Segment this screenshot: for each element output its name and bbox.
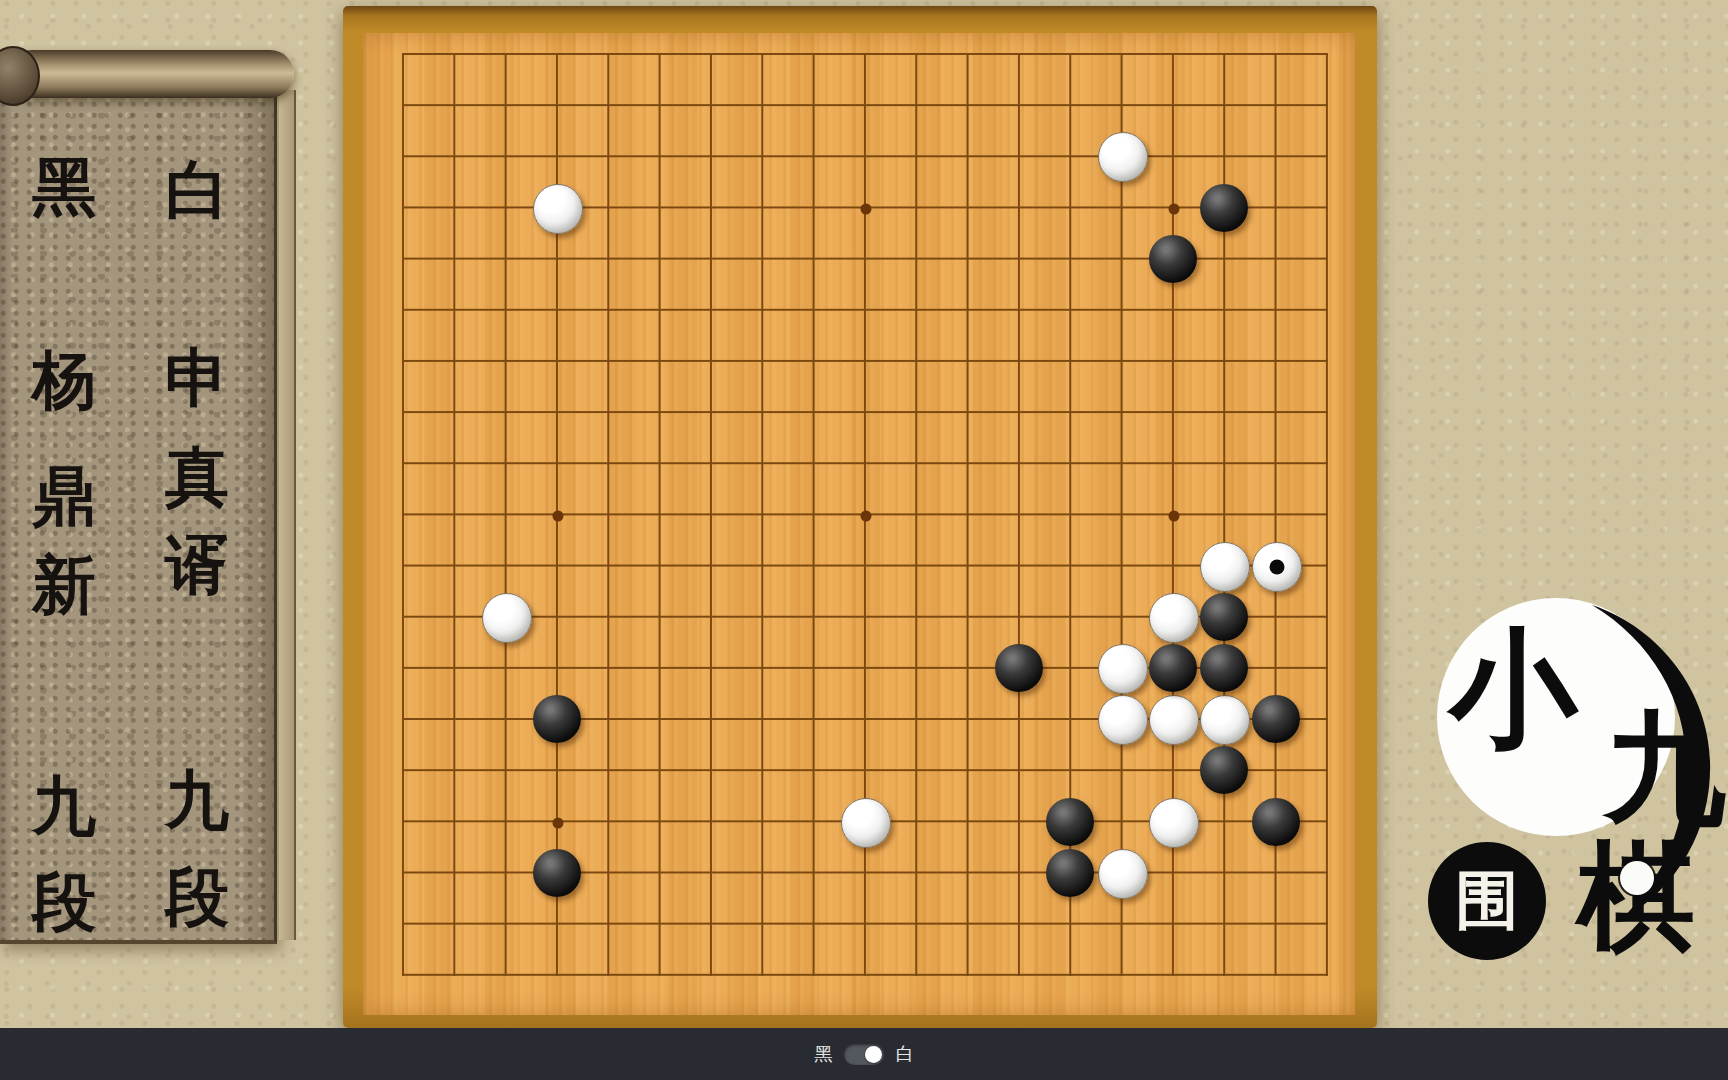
white-player-label: 白 xyxy=(155,151,239,231)
stone-black-O4 xyxy=(1046,798,1094,846)
logo-char-wei: 围 xyxy=(1428,842,1546,960)
player-scroll: 黑 白 申 真 谞 九 段 杨 鼎 新 九 段 xyxy=(0,48,296,940)
app-logo: 小 九 围 棋 xyxy=(1420,595,1725,990)
logo-char-qi: 棋 xyxy=(1570,825,1702,970)
toggle-knob[interactable] xyxy=(865,1046,882,1063)
stone-white-P6 xyxy=(1098,695,1148,745)
turn-toggle-group: 黑 白 xyxy=(814,1042,914,1066)
black-player-name-char: 鼎 xyxy=(22,457,106,537)
scroll-paper-curl xyxy=(279,90,296,940)
stone-white-Q4 xyxy=(1149,798,1199,848)
star-point xyxy=(1168,203,1179,214)
last-move-marker xyxy=(1269,559,1284,574)
stone-white-P3 xyxy=(1098,849,1148,899)
stone-black-O3 xyxy=(1046,849,1094,897)
logo-stone-dot-icon xyxy=(1620,861,1654,895)
stone-black-D3 xyxy=(533,849,581,897)
stone-black-D6 xyxy=(533,695,581,743)
stone-black-Q15 xyxy=(1149,235,1197,283)
stone-white-S9 xyxy=(1252,542,1302,592)
stone-white-P7 xyxy=(1098,644,1148,694)
star-point xyxy=(860,510,871,521)
stone-black-R8 xyxy=(1200,593,1248,641)
toggle-black-label: 黑 xyxy=(814,1042,832,1066)
star-point xyxy=(1168,510,1179,521)
logo-char-jiu: 九 xyxy=(1600,697,1728,842)
stone-white-K4 xyxy=(841,798,891,848)
scroll-roller xyxy=(8,50,294,98)
black-player-name-char: 杨 xyxy=(22,341,106,421)
logo-char-xiao: 小 xyxy=(1443,615,1583,765)
black-player-label: 黑 xyxy=(22,148,106,228)
black-player-name-char: 新 xyxy=(22,546,106,626)
white-player-name-char: 真 xyxy=(155,438,239,518)
white-player-name-char: 申 xyxy=(155,339,239,419)
stone-white-C8 xyxy=(482,593,532,643)
stone-black-N7 xyxy=(995,644,1043,692)
stone-white-Q6 xyxy=(1149,695,1199,745)
stone-black-Q7 xyxy=(1149,644,1197,692)
bottom-bar: 黑 白 xyxy=(0,1028,1728,1080)
star-point xyxy=(552,817,563,828)
black-player-rank-char: 九 xyxy=(22,767,106,847)
white-player-name-char: 谞 xyxy=(155,526,239,606)
white-player-rank-char: 九 xyxy=(155,761,239,841)
stone-white-Q8 xyxy=(1149,593,1199,643)
stone-white-D16 xyxy=(533,184,583,234)
app-background: 黑 白 申 真 谞 九 段 杨 鼎 新 九 段 小 九 围 棋 黑 白 xyxy=(0,0,1728,1080)
toggle-white-label: 白 xyxy=(896,1042,914,1066)
stone-black-R16 xyxy=(1200,184,1248,232)
stone-black-S6 xyxy=(1252,695,1300,743)
stone-white-R9 xyxy=(1200,542,1250,592)
stone-black-S4 xyxy=(1252,798,1300,846)
go-board-grid[interactable] xyxy=(402,53,1328,976)
stone-white-P17 xyxy=(1098,132,1148,182)
star-point xyxy=(860,203,871,214)
stone-black-R5 xyxy=(1200,746,1248,794)
star-point xyxy=(552,510,563,521)
stone-black-R7 xyxy=(1200,644,1248,692)
black-player-rank-char: 段 xyxy=(22,863,106,943)
logo-wei-disc: 围 xyxy=(1428,842,1546,960)
white-player-rank-char: 段 xyxy=(155,858,239,938)
color-toggle[interactable] xyxy=(844,1044,884,1065)
stone-white-R6 xyxy=(1200,695,1250,745)
